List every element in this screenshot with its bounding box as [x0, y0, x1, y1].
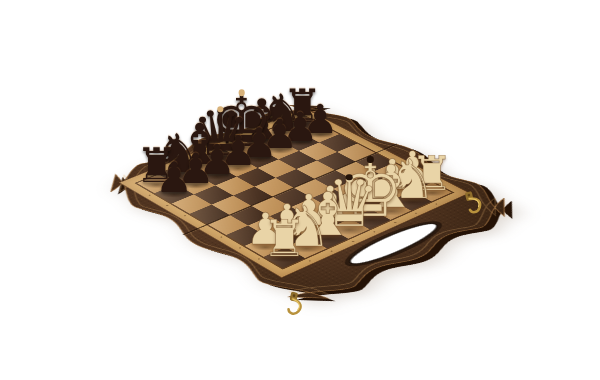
finial-tip	[238, 90, 244, 96]
chess-board-case	[95, 98, 523, 308]
finial-tip	[218, 106, 224, 112]
brass-latch-bottom-icon	[283, 291, 311, 325]
product-photo-scene: ♜♞♝♛♚♝♞♜♟♟♟♟♟♟♟♟♟♟♟♟♟♟♟♟♜♞♝♛♚♝♞♜	[0, 0, 600, 380]
